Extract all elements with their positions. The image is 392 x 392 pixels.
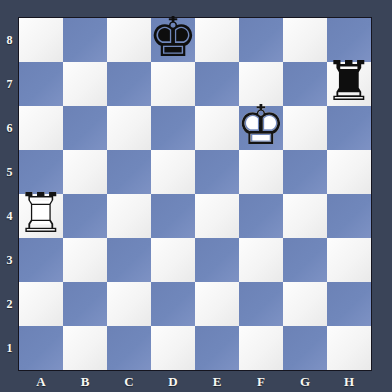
square-b6[interactable] xyxy=(63,106,107,150)
file-label-e: E xyxy=(195,371,239,392)
square-g8[interactable] xyxy=(283,18,327,62)
square-f5[interactable] xyxy=(239,150,283,194)
square-c6[interactable] xyxy=(107,106,151,150)
square-g1[interactable] xyxy=(283,326,327,370)
square-c8[interactable] xyxy=(107,18,151,62)
square-e7[interactable] xyxy=(195,62,239,106)
square-b7[interactable] xyxy=(63,62,107,106)
rank-label-5: 5 xyxy=(0,150,19,194)
rank-label-8: 8 xyxy=(0,18,19,62)
file-label-b: B xyxy=(63,371,107,392)
square-a2[interactable] xyxy=(19,282,63,326)
square-e2[interactable] xyxy=(195,282,239,326)
square-a1[interactable] xyxy=(19,326,63,370)
rank-label-3: 3 xyxy=(0,238,19,282)
square-b3[interactable] xyxy=(63,238,107,282)
square-b4[interactable] xyxy=(63,194,107,238)
square-b1[interactable] xyxy=(63,326,107,370)
square-c5[interactable] xyxy=(107,150,151,194)
file-label-h: H xyxy=(327,371,371,392)
square-b5[interactable] xyxy=(63,150,107,194)
rank-label-4: 4 xyxy=(0,194,19,238)
square-d1[interactable] xyxy=(151,326,195,370)
file-label-d: D xyxy=(151,371,195,392)
black-king-glyph: ♚ xyxy=(148,10,197,65)
square-f4[interactable] xyxy=(239,194,283,238)
square-f3[interactable] xyxy=(239,238,283,282)
rank-label-6: 6 xyxy=(0,106,19,150)
square-g7[interactable] xyxy=(283,62,327,106)
square-c4[interactable] xyxy=(107,194,151,238)
square-g2[interactable] xyxy=(283,282,327,326)
square-c2[interactable] xyxy=(107,282,151,326)
square-g4[interactable] xyxy=(283,194,327,238)
square-h7[interactable]: ♜ xyxy=(327,62,371,106)
square-h1[interactable] xyxy=(327,326,371,370)
black-king[interactable]: ♚ xyxy=(151,18,195,62)
square-b8[interactable] xyxy=(63,18,107,62)
square-f6[interactable]: ♚♔ xyxy=(239,106,283,150)
square-h2[interactable] xyxy=(327,282,371,326)
square-d8[interactable]: ♚ xyxy=(151,18,195,62)
black-rook[interactable]: ♜ xyxy=(327,62,371,106)
square-c7[interactable] xyxy=(107,62,151,106)
square-a7[interactable] xyxy=(19,62,63,106)
square-h6[interactable] xyxy=(327,106,371,150)
white-king[interactable]: ♚♔ xyxy=(239,106,283,150)
square-d7[interactable] xyxy=(151,62,195,106)
white-rook[interactable]: ♜♖ xyxy=(19,194,63,238)
square-a8[interactable] xyxy=(19,18,63,62)
file-label-g: G xyxy=(283,371,327,392)
file-label-c: C xyxy=(107,371,151,392)
square-h3[interactable] xyxy=(327,238,371,282)
rank-label-1: 1 xyxy=(0,326,19,370)
square-h5[interactable] xyxy=(327,150,371,194)
square-f2[interactable] xyxy=(239,282,283,326)
square-e3[interactable] xyxy=(195,238,239,282)
rank-label-2: 2 xyxy=(0,282,19,326)
chess-board: ♚♜♚♔♜♖ xyxy=(19,18,371,370)
square-e6[interactable] xyxy=(195,106,239,150)
square-c3[interactable] xyxy=(107,238,151,282)
square-g6[interactable] xyxy=(283,106,327,150)
square-d3[interactable] xyxy=(151,238,195,282)
square-a3[interactable] xyxy=(19,238,63,282)
square-d6[interactable] xyxy=(151,106,195,150)
square-f8[interactable] xyxy=(239,18,283,62)
square-d4[interactable] xyxy=(151,194,195,238)
square-f1[interactable] xyxy=(239,326,283,370)
square-h4[interactable] xyxy=(327,194,371,238)
square-b2[interactable] xyxy=(63,282,107,326)
black-rook-glyph: ♜ xyxy=(324,54,373,109)
square-g5[interactable] xyxy=(283,150,327,194)
white-rook-outline: ♖ xyxy=(16,186,65,241)
square-a6[interactable] xyxy=(19,106,63,150)
square-c1[interactable] xyxy=(107,326,151,370)
square-d5[interactable] xyxy=(151,150,195,194)
rank-label-7: 7 xyxy=(0,62,19,106)
square-e4[interactable] xyxy=(195,194,239,238)
white-king-outline: ♔ xyxy=(236,98,285,153)
square-a4[interactable]: ♜♖ xyxy=(19,194,63,238)
file-label-a: A xyxy=(19,371,63,392)
file-label-f: F xyxy=(239,371,283,392)
square-e8[interactable] xyxy=(195,18,239,62)
chess-board-frame: ♚♜♚♔♜♖ 87654321 ABCDEFGH xyxy=(0,0,392,392)
square-e5[interactable] xyxy=(195,150,239,194)
square-e1[interactable] xyxy=(195,326,239,370)
square-d2[interactable] xyxy=(151,282,195,326)
square-g3[interactable] xyxy=(283,238,327,282)
